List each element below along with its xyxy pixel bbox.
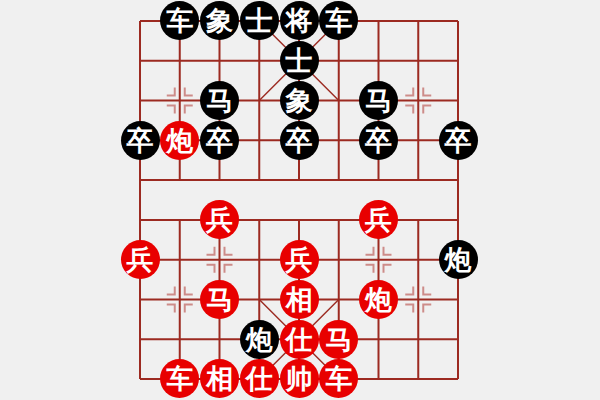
piece-red-advisor-d9[interactable]: 仕 [240, 359, 279, 398]
piece-black-advisor-e1[interactable]: 士 [280, 41, 319, 80]
piece-black-soldier-g3[interactable]: 卒 [359, 121, 398, 160]
piece-black-advisor-d0[interactable]: 士 [240, 1, 279, 40]
piece-black-elephant-e2[interactable]: 象 [280, 81, 319, 120]
piece-red-soldier-c5[interactable]: 兵 [200, 200, 239, 239]
piece-black-cannon-d8[interactable]: 炮 [240, 320, 279, 359]
piece-red-rook-b9[interactable]: 车 [160, 359, 199, 398]
piece-black-rook-b0[interactable]: 车 [160, 1, 199, 40]
piece-red-elephant-e7[interactable]: 相 [280, 280, 319, 319]
piece-red-rook-f9[interactable]: 车 [319, 359, 358, 398]
piece-red-horse-c7[interactable]: 马 [200, 280, 239, 319]
piece-red-advisor-e8[interactable]: 仕 [280, 320, 319, 359]
piece-black-elephant-c0[interactable]: 象 [200, 1, 239, 40]
xiangqi-app: 车象士将车士马象马卒炮卒卒卒卒兵兵兵兵炮马相炮炮仕马车相仕帅车 [0, 0, 600, 400]
piece-black-soldier-e3[interactable]: 卒 [280, 121, 319, 160]
piece-black-horse-g2[interactable]: 马 [359, 81, 398, 120]
piece-red-general-e9[interactable]: 帅 [280, 359, 319, 398]
piece-black-soldier-c3[interactable]: 卒 [200, 121, 239, 160]
piece-black-cannon-i6[interactable]: 炮 [439, 240, 478, 279]
piece-black-rook-f0[interactable]: 车 [319, 1, 358, 40]
piece-red-soldier-e6[interactable]: 兵 [280, 240, 319, 279]
piece-red-soldier-a6[interactable]: 兵 [121, 240, 160, 279]
xiangqi-board-grid[interactable]: 车象士将车士马象马卒炮卒卒卒卒兵兵兵兵炮马相炮炮仕马车相仕帅车 [120, 1, 478, 399]
piece-red-elephant-c9[interactable]: 相 [200, 359, 239, 398]
piece-black-general-e0[interactable]: 将 [280, 1, 319, 40]
piece-red-cannon-b3[interactable]: 炮 [160, 121, 199, 160]
piece-black-soldier-i3[interactable]: 卒 [439, 121, 478, 160]
piece-red-horse-f8[interactable]: 马 [319, 320, 358, 359]
piece-black-soldier-a3[interactable]: 卒 [121, 121, 160, 160]
piece-black-horse-c2[interactable]: 马 [200, 81, 239, 120]
piece-red-soldier-g5[interactable]: 兵 [359, 200, 398, 239]
piece-red-cannon-g7[interactable]: 炮 [359, 280, 398, 319]
